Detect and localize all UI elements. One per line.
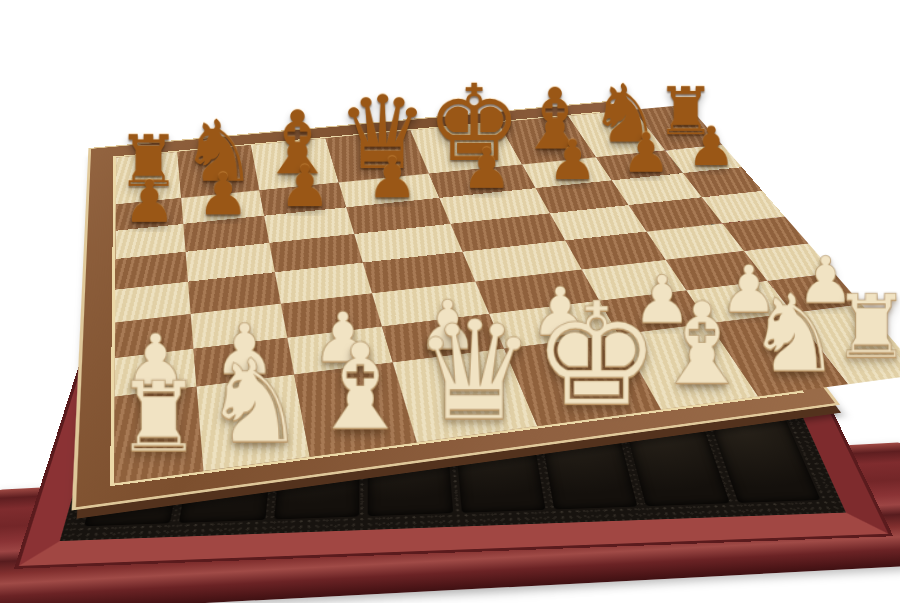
- piece-white-bishop-c1: ♝: [307, 332, 414, 445]
- square-a5: [115, 252, 188, 290]
- square-a4: [115, 282, 191, 323]
- piece-white-rook-h1: ♜: [832, 286, 900, 369]
- square-b1: ♞: [197, 375, 310, 472]
- piece-white-rook-a1: ♜: [115, 372, 201, 463]
- square-d1: ♛: [392, 349, 537, 443]
- piece-white-king-e1: ♚: [533, 287, 661, 422]
- piece-black-pawn-d7: ♟: [367, 151, 418, 205]
- piece-black-pawn-e7: ♟: [462, 142, 512, 195]
- piece-black-pawn-g7: ♟: [622, 127, 671, 179]
- piece-white-knight-g1: ♞: [746, 283, 842, 385]
- piece-black-pawn-a7: ♟: [123, 174, 175, 229]
- square-a7: ♟: [116, 198, 184, 231]
- piece-black-pawn-f7: ♟: [548, 134, 597, 186]
- chess-set-photo: ♜♞♝♛♚♝♞♜♟♟♟♟♟♟♟♟♟♟♟♟♟♟♟♟♜♞♝♛♚♝♞♜: [0, 0, 900, 603]
- square-a6: [116, 224, 186, 259]
- piece-white-knight-b1: ♞: [203, 347, 307, 457]
- piece-black-pawn-h7: ♟: [687, 121, 735, 172]
- piece-black-pawn-b7: ♟: [198, 167, 250, 222]
- square-c1: ♝: [294, 362, 417, 456]
- piece-black-pawn-c7: ♟: [279, 160, 330, 214]
- piece-white-queen-d1: ♛: [413, 306, 536, 437]
- piece-white-bishop-f1: ♝: [651, 291, 753, 399]
- square-a1: ♜: [114, 387, 204, 484]
